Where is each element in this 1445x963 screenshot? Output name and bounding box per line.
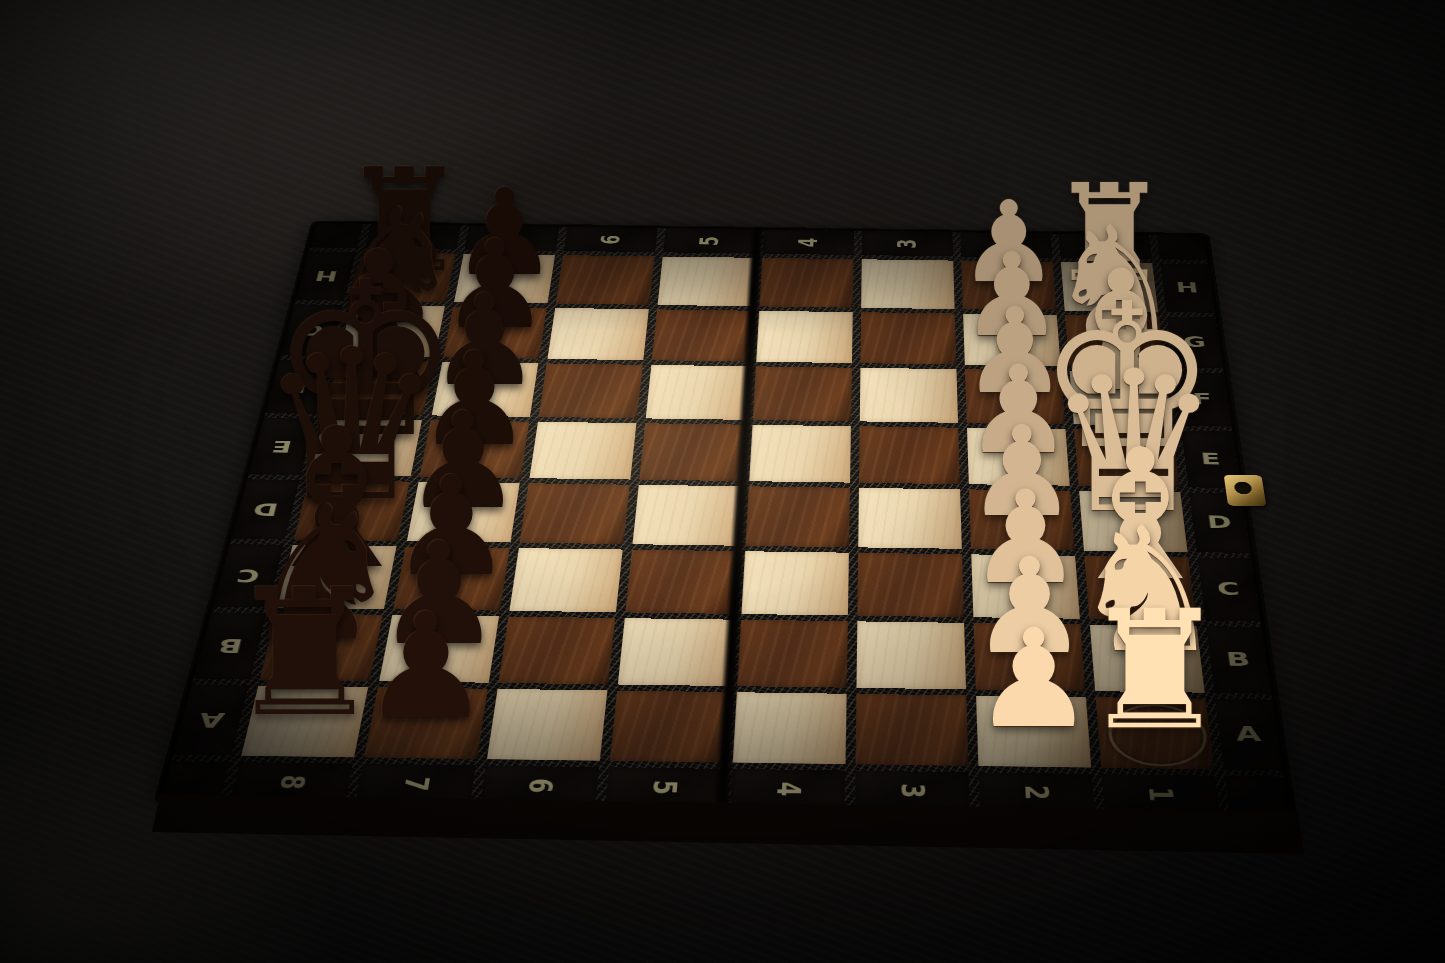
board-lighting-overlay [153,221,1298,820]
board-perspective-wrap: 87654321HHGGFFEEDDCCBBAA87654321 [238,0,1252,963]
brass-clasp [1224,475,1267,507]
chess-board: 87654321HHGGFFEEDDCCBBAA87654321 [157,222,1294,818]
chess-photo-scene: 87654321HHGGFFEEDDCCBBAA87654321 ♜♞♝♛♚♝♞… [0,0,1445,963]
